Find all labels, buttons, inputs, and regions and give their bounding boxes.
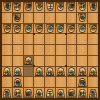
piece-face: 歩 (25, 57, 32, 64)
piece-face: 歩 (36, 68, 43, 75)
piece-pawn-sente[interactable]: 歩 (13, 67, 22, 76)
board-square[interactable]: 歩 (24, 24, 34, 34)
piece-gold-gote[interactable]: 金 (56, 2, 65, 11)
board-square[interactable] (13, 56, 23, 66)
piece-glyph: 歩 (36, 69, 42, 75)
piece-glyph: 銀 (25, 3, 31, 9)
piece-glyph: 香 (4, 3, 10, 9)
piece-face: 銀 (25, 89, 32, 96)
piece-rook-sente[interactable]: 飛 (78, 78, 87, 87)
piece-face: 歩 (14, 68, 21, 75)
board-square[interactable] (56, 56, 66, 66)
board-square[interactable]: 香 (2, 2, 12, 12)
piece-face: 歩 (68, 68, 75, 75)
piece-knight-gote[interactable]: 桂 (78, 2, 87, 11)
piece-face: 銀 (25, 3, 32, 10)
piece-glyph: 桂 (79, 3, 85, 9)
piece-silver-sente[interactable]: 銀 (24, 89, 33, 98)
piece-face: 歩 (14, 25, 21, 32)
board-square-highlighted[interactable] (24, 67, 34, 77)
board-square[interactable]: 角 (77, 13, 87, 23)
piece-glyph: 歩 (4, 25, 10, 31)
piece-silver-gote[interactable]: 銀 (67, 2, 76, 11)
board-square[interactable]: 歩 (34, 67, 44, 77)
piece-face: 王 (47, 3, 54, 10)
piece-glyph: 歩 (15, 69, 21, 75)
piece-face: 香 (90, 3, 97, 10)
piece-pawn-gote[interactable]: 歩 (67, 24, 76, 33)
board-square[interactable] (45, 77, 55, 87)
piece-face: 金 (57, 3, 64, 10)
board-square[interactable] (13, 45, 23, 55)
board-square[interactable]: 角 (13, 77, 23, 87)
piece-pawn-sente[interactable]: 歩 (78, 67, 87, 76)
piece-gold-sente[interactable]: 金 (35, 89, 44, 98)
piece-glyph: 歩 (69, 69, 75, 75)
piece-glyph: 飛 (79, 80, 85, 86)
piece-glyph: 桂 (15, 3, 21, 9)
piece-glyph: 歩 (79, 25, 85, 31)
piece-lance-gote[interactable]: 香 (89, 2, 98, 11)
piece-glyph: 歩 (25, 58, 31, 64)
piece-glyph: 飛 (15, 14, 21, 20)
piece-face: 金 (36, 3, 43, 10)
piece-face: 歩 (79, 68, 86, 75)
board-square[interactable]: 金 (34, 2, 44, 12)
piece-glyph: 玉 (47, 91, 53, 97)
board-square[interactable]: 玉 (45, 88, 55, 98)
board-square[interactable] (88, 13, 98, 23)
piece-face: 飛 (14, 14, 21, 21)
piece-pawn-gote[interactable]: 歩 (3, 24, 12, 33)
board-square[interactable] (2, 77, 12, 87)
piece-pawn-gote[interactable]: 歩 (89, 24, 98, 33)
piece-face: 歩 (79, 25, 86, 32)
piece-glyph: 歩 (58, 25, 64, 31)
piece-face: 金 (57, 89, 64, 96)
board-square[interactable]: 歩 (88, 24, 98, 34)
piece-glyph: 歩 (69, 25, 75, 31)
board-square[interactable]: 銀 (24, 2, 34, 12)
board-square[interactable] (88, 77, 98, 87)
shogi-board: 香桂銀金王金銀桂香飛角歩歩歩歩歩歩歩歩歩歩歩歩歩歩歩歩歩歩角飛香桂銀金玉金銀桂香 (0, 0, 100, 100)
piece-pawn-gote[interactable]: 歩 (56, 24, 65, 33)
piece-pawn-sente[interactable]: 歩 (67, 67, 76, 76)
piece-glyph: 銀 (25, 91, 31, 97)
piece-face: 歩 (90, 25, 97, 32)
piece-face: 香 (3, 89, 10, 96)
piece-glyph: 歩 (90, 69, 96, 75)
board-square[interactable]: 歩 (56, 67, 66, 77)
board-square[interactable]: 桂 (77, 88, 87, 98)
piece-gold-gote[interactable]: 金 (35, 2, 44, 11)
board-square[interactable]: 銀 (67, 2, 77, 12)
board-square[interactable] (67, 56, 77, 66)
board-square[interactable]: 歩 (34, 24, 44, 34)
piece-face: 金 (36, 89, 43, 96)
piece-glyph: 香 (90, 91, 96, 97)
piece-lance-sente[interactable]: 香 (3, 89, 12, 98)
piece-pawn-sente[interactable]: 歩 (56, 67, 65, 76)
piece-glyph: 歩 (90, 25, 96, 31)
piece-glyph: 角 (79, 14, 85, 20)
board-square[interactable] (2, 13, 12, 23)
board-square[interactable]: 歩 (45, 67, 55, 77)
piece-face: 歩 (68, 25, 75, 32)
piece-glyph: 歩 (58, 69, 64, 75)
board-square[interactable]: 金 (56, 88, 66, 98)
piece-face: 歩 (3, 25, 10, 32)
piece-glyph: 歩 (36, 25, 42, 31)
piece-glyph: 歩 (15, 25, 21, 31)
board-square[interactable] (88, 45, 98, 55)
piece-face: 角 (79, 14, 86, 21)
board-square[interactable] (67, 77, 77, 87)
board-square[interactable] (34, 56, 44, 66)
piece-face: 歩 (3, 68, 10, 75)
board-square[interactable]: 桂 (13, 2, 23, 12)
piece-face: 香 (3, 3, 10, 10)
piece-glyph: 銀 (69, 3, 75, 9)
board-square[interactable] (88, 34, 98, 44)
board-square[interactable] (77, 56, 87, 66)
board-square[interactable] (45, 56, 55, 66)
piece-face: 玉 (47, 89, 54, 96)
board-square[interactable]: 桂 (13, 88, 23, 98)
piece-rook-gote[interactable]: 飛 (13, 13, 22, 22)
piece-face: 銀 (68, 3, 75, 10)
board-square[interactable] (24, 13, 34, 23)
piece-glyph: 金 (36, 91, 42, 97)
board-square[interactable] (45, 45, 55, 55)
board-square[interactable] (67, 34, 77, 44)
board-square[interactable] (13, 34, 23, 44)
piece-bishop-gote[interactable]: 角 (78, 13, 87, 22)
board-square[interactable] (24, 45, 34, 55)
piece-face: 歩 (90, 68, 97, 75)
board-square[interactable]: 桂 (77, 2, 87, 12)
piece-knight-sente[interactable]: 桂 (13, 89, 22, 98)
piece-glyph: 王 (47, 3, 53, 9)
board-square[interactable]: 銀 (24, 88, 34, 98)
board-square[interactable] (45, 34, 55, 44)
board-square[interactable]: 歩 (77, 24, 87, 34)
piece-glyph: 桂 (15, 91, 21, 97)
board-square[interactable] (56, 13, 66, 23)
piece-pawn-gote[interactable]: 歩 (24, 24, 33, 33)
piece-glyph: 金 (36, 3, 42, 9)
piece-pawn-sente[interactable]: 歩 (35, 67, 44, 76)
board-square[interactable] (34, 34, 44, 44)
piece-face: 角 (14, 79, 21, 86)
piece-glyph: 歩 (47, 69, 53, 75)
piece-face: 歩 (57, 68, 64, 75)
piece-knight-sente[interactable]: 桂 (78, 89, 87, 98)
board-square[interactable] (67, 45, 77, 55)
piece-face: 銀 (68, 89, 75, 96)
piece-face: 桂 (79, 89, 86, 96)
piece-glyph: 香 (4, 91, 10, 97)
piece-silver-gote[interactable]: 銀 (24, 2, 33, 11)
board-square[interactable]: 飛 (77, 77, 87, 87)
piece-glyph: 歩 (4, 69, 10, 75)
piece-glyph: 金 (58, 3, 64, 9)
piece-glyph: 銀 (69, 91, 75, 97)
board-square[interactable] (77, 45, 87, 55)
board-square[interactable]: 香 (88, 2, 98, 12)
piece-silver-sente[interactable]: 銀 (67, 89, 76, 98)
board-square[interactable] (67, 13, 77, 23)
board-square[interactable] (88, 56, 98, 66)
piece-lance-gote[interactable]: 香 (3, 2, 12, 11)
board-square[interactable] (34, 13, 44, 23)
piece-face: 歩 (36, 25, 43, 32)
board-square[interactable] (56, 77, 66, 87)
board-square[interactable]: 飛 (13, 13, 23, 23)
board-square[interactable]: 歩 (2, 67, 12, 77)
piece-face: 歩 (25, 25, 32, 32)
board-square[interactable]: 歩 (56, 24, 66, 34)
piece-face: 飛 (79, 79, 86, 86)
board-square[interactable]: 歩 (88, 67, 98, 77)
board-square[interactable]: 金 (34, 88, 44, 98)
board-square[interactable]: 歩 (67, 67, 77, 77)
piece-face: 桂 (14, 3, 21, 10)
piece-face: 歩 (47, 25, 54, 32)
piece-face: 歩 (57, 25, 64, 32)
piece-pawn-sente[interactable]: 歩 (24, 56, 33, 65)
board-square[interactable] (34, 45, 44, 55)
piece-pawn-sente[interactable]: 歩 (3, 67, 12, 76)
piece-pawn-sente[interactable]: 歩 (46, 67, 55, 76)
piece-pawn-sente[interactable]: 歩 (89, 67, 98, 76)
piece-face: 桂 (79, 3, 86, 10)
board-square[interactable]: 金 (56, 2, 66, 12)
board-square[interactable]: 歩 (45, 24, 55, 34)
piece-lance-sente[interactable]: 香 (89, 89, 98, 98)
board-square[interactable] (45, 13, 55, 23)
piece-king-sente[interactable]: 玉 (46, 89, 55, 98)
piece-glyph: 金 (58, 91, 64, 97)
board-square[interactable]: 香 (2, 88, 12, 98)
board-square[interactable]: 歩 (2, 24, 12, 34)
board-square[interactable]: 歩 (67, 24, 77, 34)
piece-glyph: 歩 (25, 25, 31, 31)
board-square[interactable]: 銀 (67, 88, 77, 98)
board-square[interactable] (77, 34, 87, 44)
board-square[interactable] (34, 77, 44, 87)
piece-glyph: 桂 (79, 91, 85, 97)
board-square-highlighted[interactable]: 歩 (24, 56, 34, 66)
board-square[interactable] (2, 34, 12, 44)
piece-pawn-gote[interactable]: 歩 (46, 24, 55, 33)
piece-pawn-gote[interactable]: 歩 (35, 24, 44, 33)
board-square[interactable] (2, 56, 12, 66)
board-square[interactable]: 歩 (13, 67, 23, 77)
board-square[interactable] (24, 34, 34, 44)
board-square[interactable]: 香 (88, 88, 98, 98)
board-square[interactable]: 王 (45, 2, 55, 12)
piece-glyph: 歩 (79, 69, 85, 75)
piece-face: 香 (90, 89, 97, 96)
board-square[interactable] (56, 45, 66, 55)
board-square[interactable] (24, 77, 34, 87)
board-square[interactable] (2, 45, 12, 55)
piece-pawn-gote[interactable]: 歩 (13, 24, 22, 33)
board-square[interactable]: 歩 (77, 67, 87, 77)
piece-face: 歩 (47, 68, 54, 75)
piece-bishop-sente[interactable]: 角 (13, 78, 22, 87)
board-square[interactable]: 歩 (13, 24, 23, 34)
piece-face: 桂 (14, 89, 21, 96)
piece-glyph: 歩 (47, 25, 53, 31)
piece-knight-gote[interactable]: 桂 (13, 2, 22, 11)
piece-glyph: 香 (90, 3, 96, 9)
board-square[interactable] (56, 34, 66, 44)
piece-pawn-gote[interactable]: 歩 (78, 24, 87, 33)
piece-gold-sente[interactable]: 金 (56, 89, 65, 98)
piece-king-gote[interactable]: 王 (46, 2, 55, 11)
piece-glyph: 角 (15, 80, 21, 86)
